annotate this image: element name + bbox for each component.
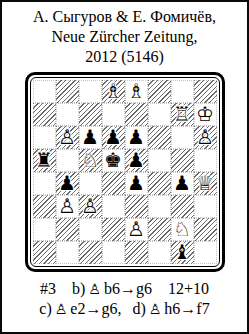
twin-d-move: h6→f7: [164, 299, 209, 318]
chess-board: ♗♗♖♔♙♟♟♟♙♜♘♚♟♟♟♟♕♙♙♙♘♝: [33, 80, 217, 264]
square-c7[interactable]: [79, 103, 102, 126]
piece-white-pawn: ♙: [127, 218, 145, 241]
twin-d: d) ♙ h6→f7: [132, 299, 209, 319]
square-e5[interactable]: ♟: [125, 149, 148, 172]
square-h1[interactable]: [194, 241, 217, 264]
white-pawn-figurine: ♙: [88, 280, 101, 299]
board-inner-border: ♗♗♖♔♙♟♟♟♙♜♘♚♟♟♟♟♕♙♙♙♘♝: [30, 77, 220, 267]
square-a1[interactable]: [33, 241, 56, 264]
square-g7[interactable]: ♖: [171, 103, 194, 126]
square-g1[interactable]: ♝: [171, 241, 194, 264]
piece-white-pawn: ♙: [58, 126, 76, 149]
caption: #3 b) ♙ b6→g6 12+10 c) ♙ e2→g6, d) ♙ h6→…: [2, 279, 247, 319]
twin-c-move: e2→g6,: [70, 299, 121, 318]
square-d6[interactable]: ♟: [102, 126, 125, 149]
square-g8[interactable]: [171, 80, 194, 103]
twin-b-label: b): [72, 279, 85, 298]
square-a4[interactable]: [33, 172, 56, 195]
square-d8[interactable]: ♗: [102, 80, 125, 103]
square-h7[interactable]: ♔: [194, 103, 217, 126]
piece-white-pawn: ♙: [196, 126, 214, 149]
square-f8[interactable]: [148, 80, 171, 103]
twin-b: b) ♙ b6→g6: [72, 279, 152, 299]
piece-black-pawn: ♟: [127, 149, 145, 172]
white-pawn-figurine: ♙: [55, 300, 68, 319]
square-b7[interactable]: [56, 103, 79, 126]
problem-header: А. Сыгуров & Е. Фомичёв, Neue Zürcher Ze…: [2, 7, 247, 67]
square-a5[interactable]: ♜: [33, 149, 56, 172]
piece-white-knight: ♘: [173, 218, 191, 241]
square-d4[interactable]: [102, 172, 125, 195]
square-b1[interactable]: [56, 241, 79, 264]
white-pawn-figurine: ♙: [149, 300, 162, 319]
square-e7[interactable]: [125, 103, 148, 126]
square-f3[interactable]: [148, 195, 171, 218]
twin-c-label: c): [39, 299, 51, 318]
caption-line-1: #3 b) ♙ b6→g6 12+10: [2, 279, 247, 299]
piece-white-bishop: ♗: [127, 80, 145, 103]
square-h2[interactable]: [194, 218, 217, 241]
problem-card: А. Сыгуров & Е. Фомичёв, Neue Zürcher Ze…: [0, 0, 249, 334]
square-a8[interactable]: [33, 80, 56, 103]
twin-b-move: b6→g6: [104, 279, 152, 298]
square-d7[interactable]: [102, 103, 125, 126]
square-d2[interactable]: [102, 218, 125, 241]
square-d5[interactable]: ♚: [102, 149, 125, 172]
piece-black-rook: ♜: [35, 149, 53, 172]
square-c3[interactable]: ♙: [79, 195, 102, 218]
piece-white-rook: ♖: [173, 103, 191, 126]
piece-white-queen: ♕: [196, 172, 214, 195]
square-g6[interactable]: [171, 126, 194, 149]
square-f6[interactable]: [148, 126, 171, 149]
square-b6[interactable]: ♙: [56, 126, 79, 149]
square-h3[interactable]: [194, 195, 217, 218]
piece-black-pawn: ♟: [104, 126, 122, 149]
square-b3[interactable]: ♙: [56, 195, 79, 218]
square-c6[interactable]: ♟: [79, 126, 102, 149]
square-c2[interactable]: [79, 218, 102, 241]
square-g2[interactable]: ♘: [171, 218, 194, 241]
square-e1[interactable]: [125, 241, 148, 264]
square-f5[interactable]: [148, 149, 171, 172]
square-e3[interactable]: [125, 195, 148, 218]
square-d1[interactable]: [102, 241, 125, 264]
square-a7[interactable]: [33, 103, 56, 126]
square-e6[interactable]: ♟: [125, 126, 148, 149]
piece-black-pawn: ♟: [127, 172, 145, 195]
piece-white-bishop: ♗: [104, 80, 122, 103]
piece-white-pawn: ♙: [81, 195, 99, 218]
piece-count: 12+10: [168, 279, 209, 298]
piece-black-bishop: ♝: [173, 241, 191, 264]
piece-black-pawn: ♟: [127, 126, 145, 149]
twin-d-label: d): [132, 299, 145, 318]
source-line: Neue Zürcher Zeitung,: [2, 27, 247, 47]
square-c1[interactable]: [79, 241, 102, 264]
square-b4[interactable]: ♟: [56, 172, 79, 195]
year-number-line: 2012 (5146): [2, 47, 247, 67]
authors-line: А. Сыгуров & Е. Фомичёв,: [2, 7, 247, 27]
square-g3[interactable]: [171, 195, 194, 218]
square-h8[interactable]: [194, 80, 217, 103]
square-b5[interactable]: [56, 149, 79, 172]
square-a6[interactable]: [33, 126, 56, 149]
piece-black-king: ♚: [104, 149, 122, 172]
square-b2[interactable]: [56, 218, 79, 241]
square-g4[interactable]: ♟: [171, 172, 194, 195]
square-g5[interactable]: [171, 149, 194, 172]
piece-black-pawn: ♟: [173, 172, 191, 195]
stipulation: #3: [40, 279, 56, 298]
square-e2[interactable]: ♙: [125, 218, 148, 241]
caption-line-2: c) ♙ e2→g6, d) ♙ h6→f7: [2, 299, 247, 319]
square-c5[interactable]: ♘: [79, 149, 102, 172]
piece-black-pawn: ♟: [58, 172, 76, 195]
square-d3[interactable]: [102, 195, 125, 218]
piece-white-king: ♔: [196, 103, 214, 126]
square-e4[interactable]: ♟: [125, 172, 148, 195]
twin-c: c) ♙ e2→g6,: [39, 299, 121, 319]
square-c4[interactable]: [79, 172, 102, 195]
square-h5[interactable]: [194, 149, 217, 172]
square-h4[interactable]: ♕: [194, 172, 217, 195]
square-b8[interactable]: [56, 80, 79, 103]
board-frame: ♗♗♖♔♙♟♟♟♙♜♘♚♟♟♟♟♕♙♙♙♘♝: [25, 72, 225, 272]
square-h6[interactable]: ♙: [194, 126, 217, 149]
square-e8[interactable]: ♗: [125, 80, 148, 103]
square-f2[interactable]: [148, 218, 171, 241]
square-f4[interactable]: [148, 172, 171, 195]
square-a3[interactable]: [33, 195, 56, 218]
square-f7[interactable]: [148, 103, 171, 126]
piece-white-pawn: ♙: [58, 195, 76, 218]
piece-white-knight: ♘: [81, 149, 99, 172]
square-f1[interactable]: [148, 241, 171, 264]
square-a2[interactable]: [33, 218, 56, 241]
square-c8[interactable]: [79, 80, 102, 103]
piece-black-pawn: ♟: [81, 126, 99, 149]
